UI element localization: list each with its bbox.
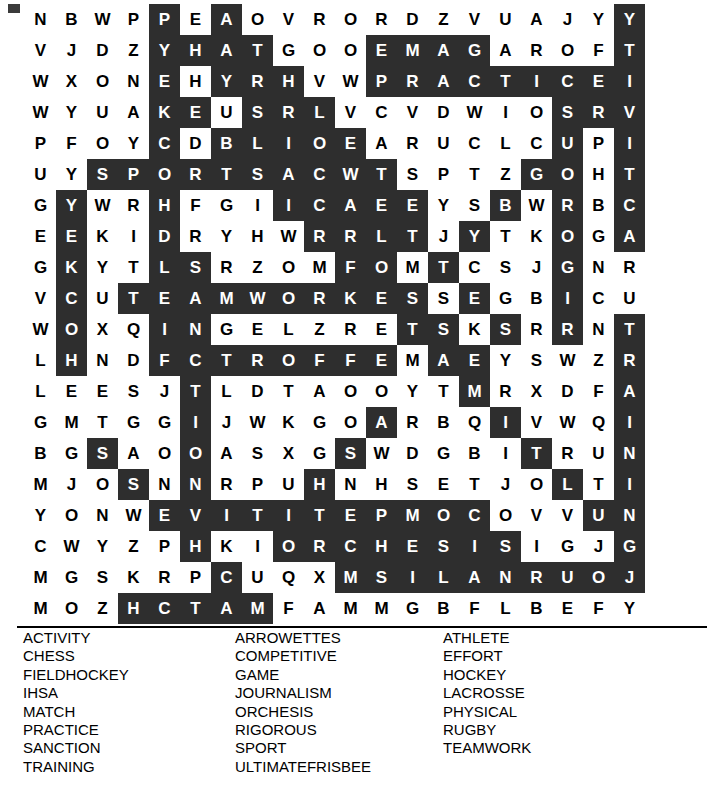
- grid-cell: B: [56, 4, 87, 35]
- grid-cell: Y: [56, 159, 87, 190]
- grid-cell: S: [87, 438, 118, 469]
- grid-cell: M: [397, 35, 428, 66]
- grid-cell: L: [428, 562, 459, 593]
- grid-cell: S: [242, 97, 273, 128]
- grid-cell: S: [335, 438, 366, 469]
- grid-cell: L: [25, 376, 56, 407]
- grid-cell: L: [211, 376, 242, 407]
- grid-cell: O: [366, 376, 397, 407]
- grid-cell: C: [304, 159, 335, 190]
- grid-cell: S: [87, 562, 118, 593]
- grid-cell: H: [180, 35, 211, 66]
- grid-cell: B: [25, 438, 56, 469]
- grid-cell: T: [459, 469, 490, 500]
- grid-cell: G: [397, 593, 428, 624]
- grid-cell: A: [118, 97, 149, 128]
- grid-cell: W: [366, 438, 397, 469]
- grid-cell: H: [366, 531, 397, 562]
- grid-cell: A: [428, 66, 459, 97]
- word-item: JOURNALISM: [235, 684, 371, 702]
- grid-cell: J: [583, 531, 614, 562]
- grid-cell: G: [490, 283, 521, 314]
- grid-cell: G: [25, 252, 56, 283]
- grid-cell: A: [304, 593, 335, 624]
- grid-cell: A: [366, 128, 397, 159]
- grid-cell: M: [242, 593, 273, 624]
- grid-cell: K: [521, 221, 552, 252]
- grid-cell: T: [614, 35, 645, 66]
- word-item: ATHLETE: [443, 629, 531, 647]
- grid-cell: F: [583, 376, 614, 407]
- grid-cell: O: [87, 128, 118, 159]
- grid-cell: T: [397, 221, 428, 252]
- grid-cell: O: [335, 35, 366, 66]
- grid-cell: U: [87, 97, 118, 128]
- grid-cell: S: [552, 97, 583, 128]
- grid-cell: P: [118, 159, 149, 190]
- word-item: LACROSSE: [443, 684, 531, 702]
- grid-cell: K: [149, 97, 180, 128]
- grid-cell: M: [25, 562, 56, 593]
- grid-cell: L: [25, 345, 56, 376]
- word-item: TRAINING: [23, 758, 129, 776]
- grid-cell: T: [397, 314, 428, 345]
- grid-cell: G: [211, 314, 242, 345]
- grid-cell: Z: [118, 531, 149, 562]
- grid-cell: Y: [56, 97, 87, 128]
- grid-cell: E: [552, 593, 583, 624]
- grid-cell: N: [490, 562, 521, 593]
- grid-cell: R: [180, 159, 211, 190]
- grid-cell: S: [459, 190, 490, 221]
- grid-cell: C: [304, 190, 335, 221]
- word-search-page: { "game": "word-search", "grid": { "rows…: [0, 0, 725, 786]
- grid-cell: M: [335, 562, 366, 593]
- grid-cell: X: [273, 438, 304, 469]
- grid-cell: A: [211, 35, 242, 66]
- grid-cell: S: [428, 531, 459, 562]
- grid-cell: W: [459, 97, 490, 128]
- grid-cell: S: [397, 283, 428, 314]
- grid-cell: G: [211, 190, 242, 221]
- grid-cell: G: [304, 407, 335, 438]
- grid-cell: H: [118, 593, 149, 624]
- word-item: ORCHESIS: [235, 703, 371, 721]
- grid-cell: V: [397, 97, 428, 128]
- grid-cell: O: [87, 66, 118, 97]
- grid-cell: R: [614, 252, 645, 283]
- grid-cell: R: [304, 283, 335, 314]
- grid-cell: S: [118, 376, 149, 407]
- word-search-grid: NBWPPEAOVRORDZVUAJYYVJDZYHATGOOEMAGAROFT…: [25, 4, 645, 624]
- grid-cell: E: [335, 500, 366, 531]
- grid-cell: V: [273, 4, 304, 35]
- grid-cell: I: [614, 128, 645, 159]
- grid-cell: Y: [87, 252, 118, 283]
- grid-cell: T: [118, 252, 149, 283]
- grid-cell: N: [87, 500, 118, 531]
- grid-cell: B: [428, 407, 459, 438]
- grid-cell: I: [273, 128, 304, 159]
- grid-cell: A: [211, 4, 242, 35]
- grid-cell: E: [180, 4, 211, 35]
- grid-cell: R: [552, 314, 583, 345]
- grid-cell: E: [459, 283, 490, 314]
- grid-cell: E: [428, 469, 459, 500]
- grid-cell: I: [242, 190, 273, 221]
- grid-cell: O: [428, 500, 459, 531]
- grid-cell: O: [273, 283, 304, 314]
- grid-cell: G: [304, 438, 335, 469]
- grid-cell: I: [459, 531, 490, 562]
- grid-cell: N: [25, 4, 56, 35]
- word-list-column: ACTIVITYCHESSFIELDHOCKEYIHSAMATCHPRACTIC…: [23, 629, 129, 776]
- grid-cell: F: [149, 345, 180, 376]
- grid-cell: O: [304, 128, 335, 159]
- grid-cell: O: [304, 35, 335, 66]
- grid-cell: W: [273, 221, 304, 252]
- word-item: SPORT: [235, 739, 371, 757]
- word-list-column: ATHLETEEFFORTHOCKEYLACROSSEPHYSICALRUGBY…: [443, 629, 531, 758]
- grid-cell: K: [273, 407, 304, 438]
- grid-cell: L: [490, 593, 521, 624]
- grid-cell: J: [490, 469, 521, 500]
- grid-cell: O: [335, 376, 366, 407]
- grid-cell: P: [428, 159, 459, 190]
- word-item: ARROWETTES: [235, 629, 371, 647]
- grid-cell: S: [366, 562, 397, 593]
- grid-cell: V: [304, 66, 335, 97]
- grid-cell: R: [397, 66, 428, 97]
- grid-cell: Y: [459, 221, 490, 252]
- grid-cell: K: [56, 252, 87, 283]
- grid-cell: J: [56, 469, 87, 500]
- grid-cell: Z: [118, 35, 149, 66]
- grid-cell: N: [335, 469, 366, 500]
- grid-cell: A: [211, 593, 242, 624]
- grid-cell: S: [397, 469, 428, 500]
- word-list-divider: [17, 626, 707, 628]
- grid-cell: A: [614, 221, 645, 252]
- grid-cell: N: [180, 469, 211, 500]
- grid-cell: I: [118, 221, 149, 252]
- grid-cell: W: [25, 66, 56, 97]
- grid-cell: T: [242, 35, 273, 66]
- word-item: PRACTICE: [23, 721, 129, 739]
- grid-cell: T: [211, 345, 242, 376]
- grid-cell: T: [614, 314, 645, 345]
- grid-cell: L: [490, 128, 521, 159]
- grid-cell: T: [521, 438, 552, 469]
- grid-cell: H: [583, 159, 614, 190]
- grid-cell: T: [211, 159, 242, 190]
- grid-cell: M: [335, 593, 366, 624]
- word-item: COMPETITIVE: [235, 647, 371, 665]
- grid-cell: U: [428, 128, 459, 159]
- grid-cell: I: [614, 469, 645, 500]
- grid-cell: F: [180, 190, 211, 221]
- grid-cell: M: [56, 407, 87, 438]
- grid-cell: G: [25, 407, 56, 438]
- corner-artifact: [8, 4, 20, 13]
- grid-cell: G: [583, 221, 614, 252]
- grid-cell: J: [428, 221, 459, 252]
- grid-cell: F: [304, 345, 335, 376]
- grid-cell: W: [521, 190, 552, 221]
- grid-cell: D: [428, 97, 459, 128]
- grid-cell: D: [397, 438, 428, 469]
- grid-cell: L: [242, 128, 273, 159]
- grid-cell: E: [366, 314, 397, 345]
- word-item: TEAMWORK: [443, 739, 531, 757]
- grid-cell: F: [273, 593, 304, 624]
- grid-cell: R: [149, 562, 180, 593]
- grid-cell: C: [552, 66, 583, 97]
- grid-cell: I: [242, 531, 273, 562]
- grid-cell: I: [149, 314, 180, 345]
- grid-cell: T: [490, 221, 521, 252]
- grid-cell: D: [118, 345, 149, 376]
- grid-cell: U: [273, 469, 304, 500]
- grid-cell: A: [304, 376, 335, 407]
- grid-cell: Y: [25, 500, 56, 531]
- grid-cell: T: [614, 159, 645, 190]
- word-item: RIGOROUS: [235, 721, 371, 739]
- grid-cell: O: [273, 531, 304, 562]
- grid-cell: I: [273, 500, 304, 531]
- grid-cell: P: [118, 4, 149, 35]
- grid-cell: P: [366, 500, 397, 531]
- grid-cell: R: [211, 469, 242, 500]
- grid-cell: T: [490, 66, 521, 97]
- word-item: SANCTION: [23, 739, 129, 757]
- grid-cell: I: [490, 438, 521, 469]
- word-item: RUGBY: [443, 721, 531, 739]
- grid-cell: Y: [211, 221, 242, 252]
- grid-cell: T: [180, 593, 211, 624]
- grid-cell: U: [242, 562, 273, 593]
- grid-cell: G: [428, 438, 459, 469]
- grid-cell: L: [273, 314, 304, 345]
- grid-cell: O: [273, 345, 304, 376]
- grid-cell: U: [614, 283, 645, 314]
- grid-cell: T: [242, 500, 273, 531]
- grid-cell: W: [25, 314, 56, 345]
- grid-cell: E: [366, 345, 397, 376]
- grid-cell: C: [583, 283, 614, 314]
- grid-cell: S: [521, 345, 552, 376]
- grid-cell: A: [521, 4, 552, 35]
- grid-cell: K: [118, 562, 149, 593]
- grid-cell: O: [552, 35, 583, 66]
- grid-cell: E: [180, 97, 211, 128]
- grid-cell: K: [335, 283, 366, 314]
- grid-cell: M: [397, 345, 428, 376]
- grid-cell: E: [149, 283, 180, 314]
- word-item: HOCKEY: [443, 666, 531, 684]
- grid-cell: G: [614, 531, 645, 562]
- grid-cell: O: [521, 97, 552, 128]
- grid-cell: I: [490, 407, 521, 438]
- grid-cell: A: [180, 283, 211, 314]
- grid-cell: S: [87, 159, 118, 190]
- grid-cell: O: [335, 407, 366, 438]
- grid-cell: E: [583, 66, 614, 97]
- grid-cell: Y: [56, 190, 87, 221]
- grid-cell: H: [180, 66, 211, 97]
- grid-cell: J: [149, 376, 180, 407]
- grid-cell: J: [521, 252, 552, 283]
- grid-cell: X: [87, 314, 118, 345]
- grid-cell: P: [25, 128, 56, 159]
- word-item: FIELDHOCKEY: [23, 666, 129, 684]
- grid-cell: R: [118, 190, 149, 221]
- grid-cell: G: [56, 562, 87, 593]
- grid-cell: P: [149, 4, 180, 35]
- grid-cell: N: [149, 469, 180, 500]
- grid-cell: I: [521, 531, 552, 562]
- grid-cell: O: [56, 593, 87, 624]
- grid-cell: O: [521, 469, 552, 500]
- grid-cell: R: [583, 97, 614, 128]
- grid-cell: I: [211, 500, 242, 531]
- grid-cell: C: [180, 345, 211, 376]
- grid-cell: V: [521, 500, 552, 531]
- grid-cell: B: [428, 593, 459, 624]
- grid-cell: F: [56, 128, 87, 159]
- grid-cell: M: [25, 469, 56, 500]
- grid-cell: G: [459, 35, 490, 66]
- grid-cell: O: [242, 4, 273, 35]
- grid-cell: W: [87, 190, 118, 221]
- grid-cell: W: [56, 531, 87, 562]
- grid-cell: N: [180, 314, 211, 345]
- grid-cell: R: [242, 66, 273, 97]
- grid-cell: O: [552, 221, 583, 252]
- grid-cell: M: [459, 376, 490, 407]
- grid-cell: H: [56, 345, 87, 376]
- grid-cell: R: [552, 190, 583, 221]
- grid-cell: G: [118, 407, 149, 438]
- grid-cell: D: [552, 376, 583, 407]
- grid-cell: C: [459, 500, 490, 531]
- grid-cell: E: [397, 190, 428, 221]
- grid-cell: R: [397, 407, 428, 438]
- grid-cell: W: [118, 500, 149, 531]
- grid-cell: U: [490, 4, 521, 35]
- grid-cell: Q: [459, 407, 490, 438]
- grid-cell: I: [614, 66, 645, 97]
- grid-cell: G: [149, 407, 180, 438]
- grid-cell: L: [366, 221, 397, 252]
- grid-cell: V: [335, 97, 366, 128]
- grid-cell: O: [335, 4, 366, 35]
- grid-cell: N: [614, 500, 645, 531]
- grid-cell: L: [149, 252, 180, 283]
- grid-cell: G: [25, 190, 56, 221]
- grid-cell: B: [583, 190, 614, 221]
- grid-cell: C: [459, 66, 490, 97]
- grid-cell: A: [459, 562, 490, 593]
- grid-cell: A: [490, 35, 521, 66]
- grid-cell: U: [25, 159, 56, 190]
- grid-cell: F: [459, 593, 490, 624]
- grid-cell: V: [180, 500, 211, 531]
- grid-cell: Q: [583, 407, 614, 438]
- grid-cell: W: [25, 97, 56, 128]
- grid-cell: Y: [583, 4, 614, 35]
- grid-cell: E: [366, 35, 397, 66]
- grid-cell: N: [583, 314, 614, 345]
- grid-cell: T: [304, 500, 335, 531]
- grid-cell: R: [242, 345, 273, 376]
- grid-cell: E: [149, 66, 180, 97]
- grid-cell: S: [490, 252, 521, 283]
- grid-cell: C: [459, 252, 490, 283]
- grid-cell: C: [335, 531, 366, 562]
- grid-cell: S: [490, 531, 521, 562]
- grid-cell: R: [304, 221, 335, 252]
- grid-cell: W: [335, 159, 366, 190]
- grid-cell: R: [366, 4, 397, 35]
- word-item: ULTIMATEFRISBEE: [235, 758, 371, 776]
- grid-cell: F: [335, 345, 366, 376]
- grid-cell: W: [87, 4, 118, 35]
- grid-cell: U: [583, 500, 614, 531]
- grid-cell: H: [180, 531, 211, 562]
- grid-cell: V: [459, 4, 490, 35]
- grid-cell: C: [459, 128, 490, 159]
- grid-cell: O: [149, 159, 180, 190]
- grid-cell: Z: [583, 345, 614, 376]
- grid-cell: U: [87, 283, 118, 314]
- grid-cell: C: [614, 190, 645, 221]
- grid-cell: E: [366, 283, 397, 314]
- grid-cell: Z: [87, 593, 118, 624]
- grid-cell: I: [552, 283, 583, 314]
- grid-cell: O: [149, 438, 180, 469]
- grid-cell: H: [366, 469, 397, 500]
- grid-cell: U: [583, 438, 614, 469]
- grid-cell: Q: [273, 562, 304, 593]
- grid-cell: B: [211, 128, 242, 159]
- grid-cell: V: [25, 35, 56, 66]
- grid-cell: D: [397, 4, 428, 35]
- grid-cell: I: [180, 407, 211, 438]
- grid-cell: R: [335, 314, 366, 345]
- grid-cell: G: [56, 438, 87, 469]
- grid-cell: C: [56, 283, 87, 314]
- grid-cell: F: [583, 593, 614, 624]
- grid-cell: E: [87, 376, 118, 407]
- grid-cell: J: [552, 4, 583, 35]
- grid-cell: E: [56, 376, 87, 407]
- grid-cell: S: [242, 159, 273, 190]
- grid-cell: M: [25, 593, 56, 624]
- grid-cell: O: [583, 562, 614, 593]
- grid-cell: R: [304, 4, 335, 35]
- grid-cell: S: [490, 314, 521, 345]
- grid-cell: A: [428, 35, 459, 66]
- grid-cell: A: [614, 376, 645, 407]
- grid-cell: M: [366, 593, 397, 624]
- word-item: IHSA: [23, 684, 129, 702]
- grid-cell: A: [428, 345, 459, 376]
- grid-cell: H: [273, 66, 304, 97]
- grid-cell: E: [459, 345, 490, 376]
- grid-cell: Y: [149, 35, 180, 66]
- grid-cell: S: [428, 314, 459, 345]
